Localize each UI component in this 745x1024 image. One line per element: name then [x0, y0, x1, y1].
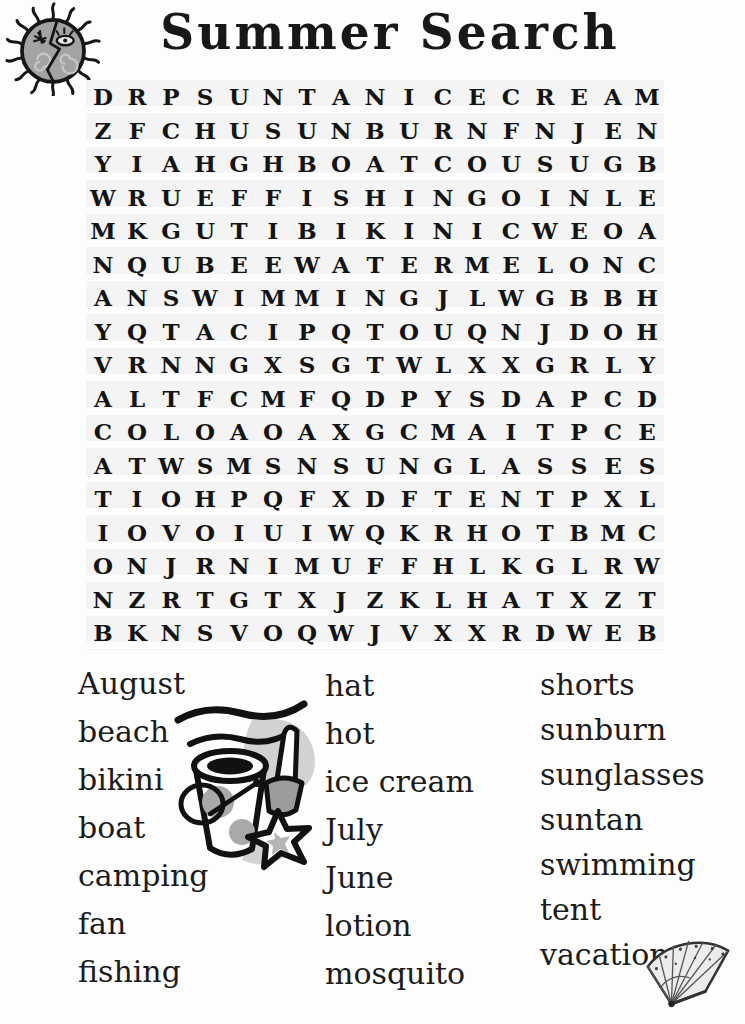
grid-cell-r1c17: M	[630, 80, 664, 114]
grid-cell-r16c7: X	[290, 583, 324, 617]
grid-cell-r12c5: M	[222, 449, 256, 483]
grid-cell-r2c14: N	[528, 114, 562, 148]
grid-cell-r12c16: E	[596, 449, 630, 483]
grid-cell-r5c15: E	[562, 214, 596, 248]
grid-cell-r11c11: M	[426, 415, 460, 449]
grid-cell-r4c16: L	[596, 181, 630, 215]
grid-cell-r10c8: Q	[324, 382, 358, 416]
grid-cell-r8c6: I	[256, 315, 290, 349]
grid-cell-r13c6: Q	[256, 482, 290, 516]
grid-cell-r5c7: B	[290, 214, 324, 248]
grid-cell-r6c3: U	[154, 248, 188, 282]
grid-cell-r9c3: N	[154, 348, 188, 382]
grid-cell-r5c17: A	[630, 214, 664, 248]
grid-cell-r4c17: E	[630, 181, 664, 215]
grid-cell-r13c17: L	[630, 482, 664, 516]
grid-cell-r15c10: F	[392, 549, 426, 583]
grid-cell-r4c5: F	[222, 181, 256, 215]
grid-cell-r9c2: R	[120, 348, 154, 382]
grid-cell-r1c3: P	[154, 80, 188, 114]
grid-cell-r7c14: G	[528, 281, 562, 315]
grid-cell-r4c6: F	[256, 181, 290, 215]
grid-cell-r1c12: E	[460, 80, 494, 114]
grid-cell-r17c15: W	[562, 616, 596, 650]
grid-cell-r15c6: I	[256, 549, 290, 583]
grid-cell-r9c16: L	[596, 348, 630, 382]
grid-cell-r7c13: W	[494, 281, 528, 315]
grid-cell-r11c15: P	[562, 415, 596, 449]
word-item: shorts	[540, 662, 705, 707]
grid-cell-r11c5: A	[222, 415, 256, 449]
grid-cell-r6c13: E	[494, 248, 528, 282]
grid-cell-r11c4: O	[188, 415, 222, 449]
grid-cell-r15c14: G	[528, 549, 562, 583]
grid-cell-r13c15: P	[562, 482, 596, 516]
grid-cell-r8c5: C	[222, 315, 256, 349]
grid-cell-r16c16: Z	[596, 583, 630, 617]
puzzle-title: Summer Search	[95, 3, 685, 61]
grid-cell-r14c6: U	[256, 516, 290, 550]
word-item: suntan	[540, 797, 705, 842]
grid-cell-r9c10: W	[392, 348, 426, 382]
grid-cell-r1c11: C	[426, 80, 460, 114]
grid-cell-r15c15: L	[562, 549, 596, 583]
grid-cell-r8c2: Q	[120, 315, 154, 349]
grid-cell-r10c11: Y	[426, 382, 460, 416]
grid-cell-r4c11: N	[426, 181, 460, 215]
grid-cell-r2c3: C	[154, 114, 188, 148]
grid-cell-r17c10: V	[392, 616, 426, 650]
grid-cell-r5c9: K	[358, 214, 392, 248]
grid-cell-r14c3: V	[154, 516, 188, 550]
grid-cell-r14c4: O	[188, 516, 222, 550]
grid-cell-r8c1: Y	[86, 315, 120, 349]
grid-cell-r6c17: C	[630, 248, 664, 282]
grid-cell-r3c4: H	[188, 147, 222, 181]
grid-cell-r13c3: O	[154, 482, 188, 516]
grid-cell-r11c2: O	[120, 415, 154, 449]
grid-cell-r3c14: S	[528, 147, 562, 181]
grid-cell-r12c9: U	[358, 449, 392, 483]
grid-cell-r4c3: U	[154, 181, 188, 215]
grid-cell-r12c4: S	[188, 449, 222, 483]
word-item: June	[325, 854, 474, 902]
grid-cell-r2c2: F	[120, 114, 154, 148]
grid-cell-r11c8: X	[324, 415, 358, 449]
grid-cell-r7c6: M	[256, 281, 290, 315]
grid-cell-r2c17: N	[630, 114, 664, 148]
grid-cell-r17c6: O	[256, 616, 290, 650]
grid-cell-r6c5: E	[222, 248, 256, 282]
grid-cell-r1c2: R	[120, 80, 154, 114]
grid-cell-r8c8: Q	[324, 315, 358, 349]
word-item: fan	[78, 900, 208, 948]
grid-cell-r17c12: X	[460, 616, 494, 650]
grid-cell-r16c3: R	[154, 583, 188, 617]
grid-cell-r6c15: O	[562, 248, 596, 282]
grid-cell-r6c12: M	[460, 248, 494, 282]
word-item: mosquito	[325, 950, 474, 998]
grid-cell-r10c3: T	[154, 382, 188, 416]
grid-cell-r9c5: G	[222, 348, 256, 382]
grid-cell-r11c12: A	[460, 415, 494, 449]
grid-cell-r15c2: N	[120, 549, 154, 583]
grid-cell-r2c8: N	[324, 114, 358, 148]
grid-cell-r2c6: S	[256, 114, 290, 148]
grid-cell-r10c5: C	[222, 382, 256, 416]
grid-cell-r11c13: I	[494, 415, 528, 449]
grid-cell-r1c13: C	[494, 80, 528, 114]
grid-cell-r12c6: S	[256, 449, 290, 483]
beach-pail-icon	[160, 690, 330, 878]
grid-cell-r7c9: N	[358, 281, 392, 315]
grid-cell-r2c5: U	[222, 114, 256, 148]
grid-cell-r4c14: I	[528, 181, 562, 215]
grid-cell-r8c9: T	[358, 315, 392, 349]
grid-cell-r8c10: O	[392, 315, 426, 349]
grid-cell-r2c11: R	[426, 114, 460, 148]
grid-cell-r13c9: D	[358, 482, 392, 516]
grid-cell-r6c10: E	[392, 248, 426, 282]
grid-cell-r5c11: N	[426, 214, 460, 248]
grid-cell-r11c7: A	[290, 415, 324, 449]
grid-cell-r13c13: N	[494, 482, 528, 516]
grid-cell-r10c9: D	[358, 382, 392, 416]
word-item: hat	[325, 662, 474, 710]
grid-cell-r6c1: N	[86, 248, 120, 282]
grid-cell-r4c9: H	[358, 181, 392, 215]
grid-cell-r3c15: U	[562, 147, 596, 181]
grid-cell-r9c17: Y	[630, 348, 664, 382]
word-item: fishing	[78, 948, 208, 996]
grid-cell-r5c6: I	[256, 214, 290, 248]
grid-cell-r7c10: G	[392, 281, 426, 315]
grid-cell-r15c7: M	[290, 549, 324, 583]
grid-cell-r13c12: E	[460, 482, 494, 516]
grid-cell-r17c11: X	[426, 616, 460, 650]
grid-cell-r7c7: M	[290, 281, 324, 315]
worksheet-page: Summer Search DRPSUNTANICECREAMZFCHUSUNB…	[0, 0, 745, 1024]
grid-cell-r4c13: O	[494, 181, 528, 215]
grid-cell-r12c17: S	[630, 449, 664, 483]
grid-cell-r12c3: W	[154, 449, 188, 483]
grid-cell-r8c11: U	[426, 315, 460, 349]
word-item: July	[325, 806, 474, 854]
grid-cell-r9c15: R	[562, 348, 596, 382]
grid-cell-r12c8: S	[324, 449, 358, 483]
grid-cell-r14c17: C	[630, 516, 664, 550]
grid-cell-r1c16: A	[596, 80, 630, 114]
grid-cell-r5c14: W	[528, 214, 562, 248]
grid-cell-r14c16: M	[596, 516, 630, 550]
grid-cell-r4c2: R	[120, 181, 154, 215]
grid-cell-r9c14: G	[528, 348, 562, 382]
grid-cell-r15c17: W	[630, 549, 664, 583]
grid-cell-r15c8: U	[324, 549, 358, 583]
grid-cell-r12c11: G	[426, 449, 460, 483]
grid-cell-r10c6: M	[256, 382, 290, 416]
grid-cell-r2c1: Z	[86, 114, 120, 148]
grid-cell-r10c12: S	[460, 382, 494, 416]
grid-cell-r1c15: E	[562, 80, 596, 114]
grid-cell-r6c11: R	[426, 248, 460, 282]
grid-cell-r2c12: N	[460, 114, 494, 148]
grid-cell-r4c10: I	[392, 181, 426, 215]
grid-cell-r16c17: T	[630, 583, 664, 617]
grid-cell-r5c12: I	[460, 214, 494, 248]
word-item: ice cream	[325, 758, 474, 806]
grid-cell-r12c15: S	[562, 449, 596, 483]
grid-cell-r13c14: T	[528, 482, 562, 516]
grid-cell-r3c10: T	[392, 147, 426, 181]
grid-cell-r3c8: O	[324, 147, 358, 181]
grid-cell-r8c12: Q	[460, 315, 494, 349]
grid-cell-r9c13: X	[494, 348, 528, 382]
grid-cell-r13c10: F	[392, 482, 426, 516]
word-list-column-2: hathotice creamJulyJunelotionmosquito	[325, 662, 474, 998]
grid-cell-r16c12: H	[460, 583, 494, 617]
grid-cell-r6c2: Q	[120, 248, 154, 282]
grid-cell-r3c3: A	[154, 147, 188, 181]
grid-cell-r5c13: C	[494, 214, 528, 248]
grid-cell-r7c11: J	[426, 281, 460, 315]
grid-cell-r6c7: W	[290, 248, 324, 282]
grid-cell-r9c4: N	[188, 348, 222, 382]
grid-cell-r16c4: T	[188, 583, 222, 617]
grid-cell-r13c1: T	[86, 482, 120, 516]
grid-cell-r5c4: U	[188, 214, 222, 248]
grid-cell-r14c15: B	[562, 516, 596, 550]
grid-cell-r16c10: K	[392, 583, 426, 617]
grid-cell-r9c12: X	[460, 348, 494, 382]
grid-cell-r8c15: D	[562, 315, 596, 349]
grid-cell-r3c13: U	[494, 147, 528, 181]
grid-cell-r1c7: T	[290, 80, 324, 114]
grid-cell-r1c14: R	[528, 80, 562, 114]
grid-cell-r6c4: B	[188, 248, 222, 282]
grid-cell-r4c7: I	[290, 181, 324, 215]
grid-cell-r12c1: A	[86, 449, 120, 483]
grid-cell-r12c13: A	[494, 449, 528, 483]
grid-cell-r16c13: A	[494, 583, 528, 617]
grid-cell-r10c1: A	[86, 382, 120, 416]
grid-cell-r6c6: E	[256, 248, 290, 282]
grid-cell-r17c3: N	[154, 616, 188, 650]
grid-cell-r17c9: J	[358, 616, 392, 650]
grid-cell-r11c9: G	[358, 415, 392, 449]
grid-cell-r8c17: H	[630, 315, 664, 349]
grid-cell-r2c4: H	[188, 114, 222, 148]
grid-cell-r5c3: G	[154, 214, 188, 248]
grid-cell-r15c11: H	[426, 549, 460, 583]
grid-cell-r7c8: I	[324, 281, 358, 315]
grid-cell-r14c7: I	[290, 516, 324, 550]
grid-cell-r7c2: N	[120, 281, 154, 315]
grid-cell-r14c8: W	[324, 516, 358, 550]
grid-cell-r3c1: Y	[86, 147, 120, 181]
grid-cell-r3c16: G	[596, 147, 630, 181]
grid-cell-r1c8: A	[324, 80, 358, 114]
grid-cell-r7c5: I	[222, 281, 256, 315]
grid-cell-r17c7: Q	[290, 616, 324, 650]
grid-cell-r10c16: C	[596, 382, 630, 416]
grid-cell-r16c2: Z	[120, 583, 154, 617]
grid-cell-r13c8: X	[324, 482, 358, 516]
grid-cell-r16c5: G	[222, 583, 256, 617]
grid-cell-r16c15: X	[562, 583, 596, 617]
word-item: sunburn	[540, 707, 705, 752]
grid-cell-r3c17: B	[630, 147, 664, 181]
grid-cell-r17c4: S	[188, 616, 222, 650]
grid-cell-r17c2: K	[120, 616, 154, 650]
grid-cell-r13c4: H	[188, 482, 222, 516]
grid-cell-r14c13: O	[494, 516, 528, 550]
grid-cell-r14c11: R	[426, 516, 460, 550]
grid-cell-r8c4: A	[188, 315, 222, 349]
grid-cell-r14c14: T	[528, 516, 562, 550]
grid-cell-r16c8: J	[324, 583, 358, 617]
grid-cell-r8c14: J	[528, 315, 562, 349]
grid-cell-r8c16: O	[596, 315, 630, 349]
grid-cell-r15c9: F	[358, 549, 392, 583]
grid-cell-r12c12: L	[460, 449, 494, 483]
grid-cell-r11c17: E	[630, 415, 664, 449]
grid-cell-r16c9: Z	[358, 583, 392, 617]
grid-cell-r1c5: U	[222, 80, 256, 114]
grid-cell-r11c1: C	[86, 415, 120, 449]
grid-cell-r14c12: H	[460, 516, 494, 550]
grid-cell-r7c4: W	[188, 281, 222, 315]
word-search-grid: DRPSUNTANICECREAMZFCHUSUNBURNFNJENYIAHGH…	[86, 80, 664, 650]
grid-cell-r7c15: B	[562, 281, 596, 315]
grid-cell-r15c4: R	[188, 549, 222, 583]
grid-cell-r3c7: B	[290, 147, 324, 181]
grid-cell-r11c14: T	[528, 415, 562, 449]
grid-cell-r7c12: L	[460, 281, 494, 315]
grid-cell-r1c4: S	[188, 80, 222, 114]
grid-cell-r12c7: N	[290, 449, 324, 483]
grid-cell-r17c8: W	[324, 616, 358, 650]
grid-cell-r5c2: K	[120, 214, 154, 248]
grid-cell-r3c9: A	[358, 147, 392, 181]
grid-cell-r1c10: I	[392, 80, 426, 114]
grid-cell-r14c10: K	[392, 516, 426, 550]
grid-cell-r11c16: C	[596, 415, 630, 449]
grid-cell-r15c3: J	[154, 549, 188, 583]
grid-cell-r11c6: O	[256, 415, 290, 449]
grid-cell-r2c7: U	[290, 114, 324, 148]
grid-cell-r8c3: T	[154, 315, 188, 349]
word-item: swimming	[540, 842, 705, 887]
grid-cell-r10c10: P	[392, 382, 426, 416]
grid-cell-r3c6: H	[256, 147, 290, 181]
grid-cell-r16c6: T	[256, 583, 290, 617]
grid-cell-r5c10: I	[392, 214, 426, 248]
hand-fan-icon	[646, 926, 743, 1020]
grid-cell-r12c14: S	[528, 449, 562, 483]
word-item: lotion	[325, 902, 474, 950]
grid-cell-r14c9: Q	[358, 516, 392, 550]
grid-cell-r5c16: O	[596, 214, 630, 248]
grid-cell-r9c7: S	[290, 348, 324, 382]
grid-cell-r8c13: N	[494, 315, 528, 349]
grid-cell-r13c5: P	[222, 482, 256, 516]
grid-cell-r17c17: B	[630, 616, 664, 650]
grid-cell-r7c16: B	[596, 281, 630, 315]
grid-cell-r10c14: A	[528, 382, 562, 416]
grid-cell-r10c17: D	[630, 382, 664, 416]
grid-cell-r11c10: C	[392, 415, 426, 449]
grid-cell-r15c1: O	[86, 549, 120, 583]
grid-cell-r2c16: E	[596, 114, 630, 148]
grid-cell-r14c1: I	[86, 516, 120, 550]
grid-cell-r17c14: D	[528, 616, 562, 650]
grid-cell-r7c3: S	[154, 281, 188, 315]
grid-cell-r4c15: N	[562, 181, 596, 215]
grid-cell-r3c2: I	[120, 147, 154, 181]
grid-cell-r5c8: I	[324, 214, 358, 248]
grid-cell-r10c13: D	[494, 382, 528, 416]
grid-cell-r3c12: O	[460, 147, 494, 181]
grid-cell-r6c16: N	[596, 248, 630, 282]
grid-cell-r9c8: G	[324, 348, 358, 382]
grid-cell-r12c10: N	[392, 449, 426, 483]
grid-cell-r3c5: G	[222, 147, 256, 181]
grid-cell-r1c6: N	[256, 80, 290, 114]
grid-cell-r12c2: T	[120, 449, 154, 483]
grid-cell-r15c13: K	[494, 549, 528, 583]
grid-cell-r10c7: F	[290, 382, 324, 416]
grid-cell-r16c14: T	[528, 583, 562, 617]
grid-cell-r16c1: N	[86, 583, 120, 617]
word-item: hot	[325, 710, 474, 758]
grid-cell-r7c17: H	[630, 281, 664, 315]
grid-cell-r14c5: I	[222, 516, 256, 550]
grid-cell-r17c1: B	[86, 616, 120, 650]
grid-cell-r2c15: J	[562, 114, 596, 148]
grid-cell-r13c11: T	[426, 482, 460, 516]
grid-cell-r10c2: L	[120, 382, 154, 416]
grid-cell-r8c7: P	[290, 315, 324, 349]
grid-cell-r9c9: T	[358, 348, 392, 382]
grid-cell-r6c14: L	[528, 248, 562, 282]
grid-cell-r9c1: V	[86, 348, 120, 382]
grid-cell-r13c2: I	[120, 482, 154, 516]
grid-cell-r9c6: X	[256, 348, 290, 382]
grid-cell-r11c3: L	[154, 415, 188, 449]
grid-cell-r6c9: T	[358, 248, 392, 282]
grid-cell-r2c13: F	[494, 114, 528, 148]
grid-cell-r2c10: U	[392, 114, 426, 148]
grid-cell-r17c5: V	[222, 616, 256, 650]
grid-cell-r9c11: L	[426, 348, 460, 382]
grid-cell-r15c5: N	[222, 549, 256, 583]
grid-cell-r10c15: P	[562, 382, 596, 416]
grid-cell-r17c16: E	[596, 616, 630, 650]
grid-cell-r15c12: L	[460, 549, 494, 583]
grid-cell-r4c12: G	[460, 181, 494, 215]
grid-cell-r3c11: C	[426, 147, 460, 181]
grid-cell-r17c13: R	[494, 616, 528, 650]
grid-cell-r13c7: F	[290, 482, 324, 516]
grid-cell-r7c1: A	[86, 281, 120, 315]
grid-cell-r13c16: X	[596, 482, 630, 516]
grid-cell-r1c9: N	[358, 80, 392, 114]
grid-cell-r4c8: S	[324, 181, 358, 215]
grid-cell-r5c5: T	[222, 214, 256, 248]
grid-cell-r4c4: E	[188, 181, 222, 215]
grid-cell-r2c9: B	[358, 114, 392, 148]
